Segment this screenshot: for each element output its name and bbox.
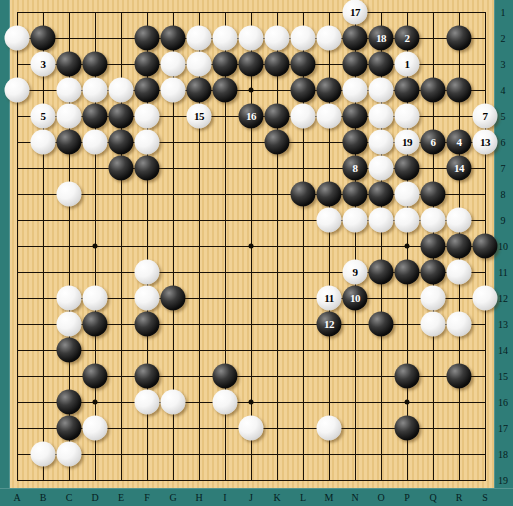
stone-O5[interactable] bbox=[369, 104, 394, 129]
stone-M8[interactable] bbox=[317, 182, 342, 207]
stone-R13[interactable] bbox=[447, 312, 472, 337]
column-label-D: D bbox=[91, 492, 98, 503]
stone-C4[interactable] bbox=[57, 78, 82, 103]
stone-Q10[interactable] bbox=[421, 234, 446, 259]
stone-P6[interactable]: 19 bbox=[395, 130, 420, 155]
stone-F7[interactable] bbox=[135, 156, 160, 181]
stone-G16[interactable] bbox=[161, 390, 186, 415]
stone-D15[interactable] bbox=[83, 364, 108, 389]
stone-O9[interactable] bbox=[369, 208, 394, 233]
stone-H4[interactable] bbox=[187, 78, 212, 103]
stone-P15[interactable] bbox=[395, 364, 420, 389]
stone-A2[interactable] bbox=[5, 26, 30, 51]
row-label-19: 19 bbox=[498, 475, 508, 486]
stone-C5[interactable] bbox=[57, 104, 82, 129]
grid-line bbox=[17, 12, 486, 13]
stone-P2[interactable]: 2 bbox=[395, 26, 420, 51]
column-label-L: L bbox=[300, 492, 306, 503]
grid-line bbox=[17, 350, 486, 351]
stone-E7[interactable] bbox=[109, 156, 134, 181]
stone-J5[interactable]: 16 bbox=[239, 104, 264, 129]
stone-M12[interactable]: 11 bbox=[317, 286, 342, 311]
stone-A4[interactable] bbox=[5, 78, 30, 103]
stone-F16[interactable] bbox=[135, 390, 160, 415]
stone-Q8[interactable] bbox=[421, 182, 446, 207]
stone-O7[interactable] bbox=[369, 156, 394, 181]
stone-M17[interactable] bbox=[317, 416, 342, 441]
row-label-13: 13 bbox=[498, 319, 508, 330]
stone-I3[interactable] bbox=[213, 52, 238, 77]
stone-G3[interactable] bbox=[161, 52, 186, 77]
stone-O6[interactable] bbox=[369, 130, 394, 155]
stone-R10[interactable] bbox=[447, 234, 472, 259]
stone-G2[interactable] bbox=[161, 26, 186, 51]
stone-L3[interactable] bbox=[291, 52, 316, 77]
left-edge-strip bbox=[0, 0, 10, 506]
column-label-H: H bbox=[195, 492, 202, 503]
column-label-K: K bbox=[273, 492, 280, 503]
stone-Q11[interactable] bbox=[421, 260, 446, 285]
stone-D12[interactable] bbox=[83, 286, 108, 311]
stone-O2[interactable]: 18 bbox=[369, 26, 394, 51]
stone-N6[interactable] bbox=[343, 130, 368, 155]
column-label-N: N bbox=[351, 492, 358, 503]
row-label-15: 15 bbox=[498, 371, 508, 382]
row-label-1: 1 bbox=[501, 7, 506, 18]
stone-N9[interactable] bbox=[343, 208, 368, 233]
stone-F15[interactable] bbox=[135, 364, 160, 389]
stone-N5[interactable] bbox=[343, 104, 368, 129]
stone-G4[interactable] bbox=[161, 78, 186, 103]
row-label-7: 7 bbox=[501, 163, 506, 174]
stone-S6[interactable]: 13 bbox=[473, 130, 498, 155]
stone-N2[interactable] bbox=[343, 26, 368, 51]
stone-C16[interactable] bbox=[57, 390, 82, 415]
stone-O11[interactable] bbox=[369, 260, 394, 285]
stone-B2[interactable] bbox=[31, 26, 56, 51]
stone-M9[interactable] bbox=[317, 208, 342, 233]
stone-E4[interactable] bbox=[109, 78, 134, 103]
row-label-16: 16 bbox=[498, 397, 508, 408]
stone-P3[interactable]: 1 bbox=[395, 52, 420, 77]
stone-I4[interactable] bbox=[213, 78, 238, 103]
stone-O4[interactable] bbox=[369, 78, 394, 103]
stone-C18[interactable] bbox=[57, 442, 82, 467]
stone-B6[interactable] bbox=[31, 130, 56, 155]
row-label-14: 14 bbox=[498, 345, 508, 356]
column-label-M: M bbox=[325, 492, 334, 503]
row-label-17: 17 bbox=[498, 423, 508, 434]
stone-F5[interactable] bbox=[135, 104, 160, 129]
stone-Q4[interactable] bbox=[421, 78, 446, 103]
stone-C8[interactable] bbox=[57, 182, 82, 207]
stone-P4[interactable] bbox=[395, 78, 420, 103]
stone-G12[interactable] bbox=[161, 286, 186, 311]
stone-Q6[interactable]: 6 bbox=[421, 130, 446, 155]
stone-S12[interactable] bbox=[473, 286, 498, 311]
go-diagram: 17182315151671964138149111012ABCDEFGHIJK… bbox=[0, 0, 513, 506]
stone-I2[interactable] bbox=[213, 26, 238, 51]
row-label-12: 12 bbox=[498, 293, 508, 304]
stone-E6[interactable] bbox=[109, 130, 134, 155]
stone-I16[interactable] bbox=[213, 390, 238, 415]
column-label-A: A bbox=[13, 492, 20, 503]
column-label-P: P bbox=[404, 492, 410, 503]
stone-L5[interactable] bbox=[291, 104, 316, 129]
stone-M4[interactable] bbox=[317, 78, 342, 103]
stone-E5[interactable] bbox=[109, 104, 134, 129]
column-label-E: E bbox=[118, 492, 124, 503]
column-label-F: F bbox=[144, 492, 150, 503]
stone-B3[interactable]: 3 bbox=[31, 52, 56, 77]
row-label-18: 18 bbox=[498, 449, 508, 460]
stone-J2[interactable] bbox=[239, 26, 264, 51]
stone-P11[interactable] bbox=[395, 260, 420, 285]
stone-N7[interactable]: 8 bbox=[343, 156, 368, 181]
stone-O3[interactable] bbox=[369, 52, 394, 77]
stone-D13[interactable] bbox=[83, 312, 108, 337]
stone-B18[interactable] bbox=[31, 442, 56, 467]
row-label-4: 4 bbox=[501, 85, 506, 96]
star-point bbox=[249, 244, 254, 249]
stone-S5[interactable]: 7 bbox=[473, 104, 498, 129]
stone-C6[interactable] bbox=[57, 130, 82, 155]
stone-M5[interactable] bbox=[317, 104, 342, 129]
stone-C13[interactable] bbox=[57, 312, 82, 337]
star-point bbox=[405, 244, 410, 249]
stone-P8[interactable] bbox=[395, 182, 420, 207]
stone-C17[interactable] bbox=[57, 416, 82, 441]
row-label-10: 10 bbox=[498, 241, 508, 252]
stone-C14[interactable] bbox=[57, 338, 82, 363]
stone-P9[interactable] bbox=[395, 208, 420, 233]
column-label-G: G bbox=[169, 492, 176, 503]
stone-L8[interactable] bbox=[291, 182, 316, 207]
row-label-2: 2 bbox=[501, 33, 506, 44]
stone-L4[interactable] bbox=[291, 78, 316, 103]
stone-I15[interactable] bbox=[213, 364, 238, 389]
stone-N11[interactable]: 9 bbox=[343, 260, 368, 285]
stone-N12[interactable]: 10 bbox=[343, 286, 368, 311]
column-label-J: J bbox=[249, 492, 253, 503]
stone-J17[interactable] bbox=[239, 416, 264, 441]
row-label-9: 9 bbox=[501, 215, 506, 226]
column-label-Q: Q bbox=[429, 492, 436, 503]
row-label-8: 8 bbox=[501, 189, 506, 200]
stone-D17[interactable] bbox=[83, 416, 108, 441]
stone-H3[interactable] bbox=[187, 52, 212, 77]
stone-K2[interactable] bbox=[265, 26, 290, 51]
column-label-O: O bbox=[377, 492, 384, 503]
stone-F3[interactable] bbox=[135, 52, 160, 77]
stone-Q13[interactable] bbox=[421, 312, 446, 337]
stone-D3[interactable] bbox=[83, 52, 108, 77]
stone-N1[interactable]: 17 bbox=[343, 0, 368, 25]
stone-R9[interactable] bbox=[447, 208, 472, 233]
column-label-C: C bbox=[66, 492, 73, 503]
star-point bbox=[249, 400, 254, 405]
stone-F13[interactable] bbox=[135, 312, 160, 337]
row-label-5: 5 bbox=[501, 111, 506, 122]
stone-D5[interactable] bbox=[83, 104, 108, 129]
grid-line bbox=[17, 454, 486, 455]
stone-O8[interactable] bbox=[369, 182, 394, 207]
stone-Q9[interactable] bbox=[421, 208, 446, 233]
stone-R15[interactable] bbox=[447, 364, 472, 389]
stone-D4[interactable] bbox=[83, 78, 108, 103]
stone-C12[interactable] bbox=[57, 286, 82, 311]
column-label-I: I bbox=[223, 492, 226, 503]
column-label-B: B bbox=[40, 492, 47, 503]
stone-F12[interactable] bbox=[135, 286, 160, 311]
row-label-6: 6 bbox=[501, 137, 506, 148]
stone-M2[interactable] bbox=[317, 26, 342, 51]
stone-R7[interactable]: 14 bbox=[447, 156, 472, 181]
stone-M13[interactable]: 12 bbox=[317, 312, 342, 337]
star-point bbox=[93, 244, 98, 249]
stone-R11[interactable] bbox=[447, 260, 472, 285]
star-point bbox=[249, 88, 254, 93]
stone-F6[interactable] bbox=[135, 130, 160, 155]
column-label-S: S bbox=[482, 492, 488, 503]
stone-P5[interactable] bbox=[395, 104, 420, 129]
star-point bbox=[405, 400, 410, 405]
row-label-11: 11 bbox=[498, 267, 508, 278]
column-label-R: R bbox=[456, 492, 463, 503]
stone-P17[interactable] bbox=[395, 416, 420, 441]
stone-D6[interactable] bbox=[83, 130, 108, 155]
stone-F2[interactable] bbox=[135, 26, 160, 51]
stone-F11[interactable] bbox=[135, 260, 160, 285]
stone-J3[interactable] bbox=[239, 52, 264, 77]
stone-Q12[interactable] bbox=[421, 286, 446, 311]
stone-N3[interactable] bbox=[343, 52, 368, 77]
stone-R4[interactable] bbox=[447, 78, 472, 103]
grid-line bbox=[17, 480, 486, 481]
row-label-3: 3 bbox=[501, 59, 506, 70]
stone-N8[interactable] bbox=[343, 182, 368, 207]
stone-B5[interactable]: 5 bbox=[31, 104, 56, 129]
stone-N4[interactable] bbox=[343, 78, 368, 103]
stone-O13[interactable] bbox=[369, 312, 394, 337]
stone-R6[interactable]: 4 bbox=[447, 130, 472, 155]
stone-K5[interactable] bbox=[265, 104, 290, 129]
stone-P7[interactable] bbox=[395, 156, 420, 181]
stone-L2[interactable] bbox=[291, 26, 316, 51]
stone-C3[interactable] bbox=[57, 52, 82, 77]
stone-H2[interactable] bbox=[187, 26, 212, 51]
stone-K6[interactable] bbox=[265, 130, 290, 155]
stone-F4[interactable] bbox=[135, 78, 160, 103]
stone-H5[interactable]: 15 bbox=[187, 104, 212, 129]
stone-S10[interactable] bbox=[473, 234, 498, 259]
star-point bbox=[93, 400, 98, 405]
stone-R2[interactable] bbox=[447, 26, 472, 51]
stone-K3[interactable] bbox=[265, 52, 290, 77]
